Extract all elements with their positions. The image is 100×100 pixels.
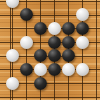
white-stone <box>20 36 33 49</box>
black-stone <box>76 22 89 35</box>
white-stone <box>76 63 89 76</box>
white-stone <box>76 36 89 49</box>
white-stone <box>6 0 19 8</box>
black-stone <box>62 22 75 35</box>
white-stone <box>34 63 47 76</box>
white-stone <box>62 63 75 76</box>
black-stone <box>48 63 61 76</box>
white-stone <box>6 49 19 62</box>
white-stone <box>48 22 61 35</box>
black-stone <box>48 49 61 62</box>
black-stone <box>48 36 61 49</box>
white-stone <box>6 77 19 90</box>
black-stone <box>62 36 75 49</box>
black-stone <box>34 49 47 62</box>
black-stone <box>20 8 33 21</box>
black-stone <box>62 49 75 62</box>
black-stone <box>34 22 47 35</box>
black-stone <box>34 77 47 90</box>
go-board[interactable] <box>0 0 100 100</box>
white-stone <box>76 8 89 21</box>
black-stone <box>20 63 33 76</box>
